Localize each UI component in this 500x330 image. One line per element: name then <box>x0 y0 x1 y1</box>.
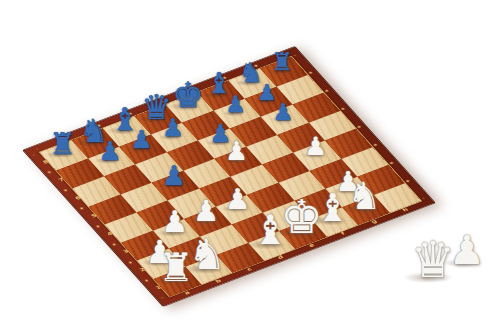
white-pawn-glyph: ♟ <box>304 134 327 159</box>
white-knight-glyph: ♞ <box>347 178 381 216</box>
blue-pawn-glyph: ♟ <box>273 100 294 123</box>
blue-pawn-c7[interactable]: ♟ <box>130 128 152 153</box>
white-queen-offboard[interactable]: ♛ <box>411 235 456 285</box>
blue-rook-h8[interactable]: ♜ <box>271 51 293 75</box>
white-pawn-glyph: ♟ <box>225 139 248 165</box>
white-knight-b1[interactable]: ♞ <box>188 233 226 275</box>
white-pawn-g4[interactable]: ♟ <box>304 134 327 159</box>
white-rook-a1[interactable]: ♜ <box>158 248 193 287</box>
blue-rook-glyph: ♜ <box>271 51 293 75</box>
blue-pawn-glyph: ♟ <box>162 162 186 189</box>
blue-rook-a8[interactable]: ♜ <box>49 129 76 159</box>
blue-king-e8[interactable]: ♚ <box>172 77 203 112</box>
blue-pawn-d7[interactable]: ♟ <box>162 116 184 140</box>
white-pawn-glyph: ♟ <box>225 185 251 214</box>
white-bishop-glyph: ♝ <box>252 211 288 251</box>
blue-pawn-f7[interactable]: ♟ <box>225 94 245 117</box>
blue-pawn-g6[interactable]: ♟ <box>273 100 294 123</box>
white-knight-g1[interactable]: ♞ <box>347 178 381 216</box>
white-pawn-e5[interactable]: ♟ <box>225 139 248 165</box>
blue-rook-glyph: ♜ <box>49 129 76 159</box>
blue-pawn-b7[interactable]: ♟ <box>98 139 121 165</box>
white-queen-glyph: ♛ <box>411 235 456 285</box>
white-pawn-c3[interactable]: ♟ <box>193 196 219 225</box>
blue-pawn-glyph: ♟ <box>98 139 121 165</box>
white-pawn-glyph: ♟ <box>193 196 219 225</box>
blue-pawn-glyph: ♟ <box>130 128 152 153</box>
blue-pawn-c5[interactable]: ♟ <box>162 162 186 189</box>
blue-pawn-glyph: ♟ <box>162 116 184 140</box>
blue-king-glyph: ♚ <box>172 77 203 112</box>
blue-pawn-glyph: ♟ <box>225 94 245 117</box>
white-pawn-d3[interactable]: ♟ <box>225 185 251 214</box>
white-knight-glyph: ♞ <box>188 233 226 275</box>
chess-set-scene: abcdefgh 87654321 ♜♞♝♟♚♟♛♟♝♟♞♟♟♜♟♟♟♟♟♟♞♟… <box>0 0 500 330</box>
white-bishop-d1[interactable]: ♝ <box>252 211 288 251</box>
white-rook-glyph: ♜ <box>158 248 193 287</box>
pieces-layer: ♜♞♝♟♚♟♛♟♝♟♞♟♟♜♟♟♟♟♟♟♞♟♝♟♚♝♟♟♞♛♜ <box>0 0 500 330</box>
